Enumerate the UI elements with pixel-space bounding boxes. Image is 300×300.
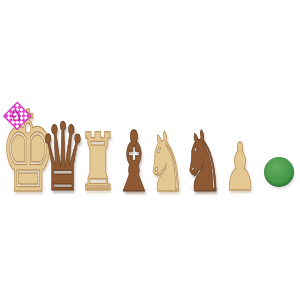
green-felt-pad <box>264 157 294 187</box>
chess-shop-logo: ♞ <box>3 102 29 128</box>
product-photo-stage: ♚ ♛ ♜ ♝ ♞ ♞ ♟ ♞ <box>0 0 300 300</box>
light-knight-piece: ♞ <box>146 122 186 204</box>
light-rook-piece: ♜ <box>78 123 117 203</box>
dark-knight-piece: ♞ <box>182 120 223 204</box>
logo-knight-icon: ♞ <box>3 102 29 128</box>
light-pawn-piece: ♟ <box>224 135 257 201</box>
